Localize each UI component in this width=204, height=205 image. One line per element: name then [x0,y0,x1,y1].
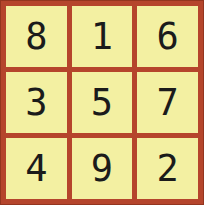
cell-r1c3: 6 [137,6,198,67]
cell-r3c2: 9 [72,138,133,199]
cell-r2c1: 3 [6,72,67,133]
cell-r2c3: 7 [137,72,198,133]
cell-r1c1: 8 [6,6,67,67]
magic-square-board: 8 1 6 3 5 7 4 9 2 [0,0,204,205]
cell-r3c3: 2 [137,138,198,199]
cell-r3c1: 4 [6,138,67,199]
cell-r1c2: 1 [72,6,133,67]
cell-r2c2: 5 [72,72,133,133]
